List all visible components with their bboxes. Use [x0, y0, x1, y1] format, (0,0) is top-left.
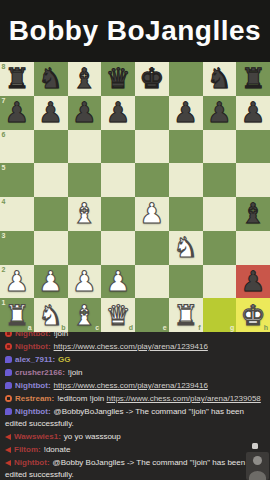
chat-text: !donate — [44, 445, 71, 454]
square-c4[interactable]: ♝ — [68, 197, 102, 231]
piece-black-rook: ♜ — [4, 62, 29, 95]
square-b1[interactable]: b♞ — [34, 298, 68, 332]
square-b7[interactable]: ♟ — [34, 96, 68, 130]
rank-label-7: 7 — [2, 97, 6, 104]
square-a8[interactable]: 8♜ — [0, 62, 34, 96]
square-g2[interactable] — [203, 265, 237, 299]
square-b8[interactable]: ♞ — [34, 62, 68, 96]
chat-link[interactable]: https://www.chess.com/play/arena/1239058 — [107, 394, 261, 403]
rank-label-6: 6 — [2, 131, 6, 138]
square-a3[interactable]: 3 — [0, 231, 34, 265]
rank-label-2: 2 — [2, 266, 6, 273]
chat-message: Nightbot:@Bobby BoJanglles -> The comman… — [5, 457, 266, 480]
chat-username: crusher2166: — [15, 368, 65, 377]
square-e3[interactable] — [135, 231, 169, 265]
piece-black-bishop: ♝ — [241, 197, 266, 230]
chat-emote: GG — [58, 355, 70, 364]
square-h3[interactable] — [236, 231, 270, 265]
piece-white-king: ♚ — [241, 299, 266, 332]
piece-black-knight: ♞ — [207, 62, 232, 95]
file-label-d: d — [129, 324, 133, 331]
piece-white-bishop: ♝ — [72, 197, 97, 230]
chat-message: Nightbot:!join — [5, 332, 266, 340]
bubble-icon — [5, 356, 12, 363]
square-b3[interactable] — [34, 231, 68, 265]
stream-title-bar: Bobby BoJanglles — [0, 0, 270, 62]
chat-text: yo yo wasssoup — [64, 432, 121, 441]
square-c1[interactable]: c♝ — [68, 298, 102, 332]
file-label-c: c — [95, 324, 99, 331]
piece-white-pawn: ♟ — [4, 265, 29, 298]
chat-username: alex_7911: — [15, 355, 55, 364]
file-label-f: f — [198, 324, 200, 331]
stream-frame: Bobby BoJanglles 8♜♞♝♛♚♞♜7♟♟♟♟♟♟♟654♝♟♝3… — [0, 0, 270, 480]
chat-username: Nightbot: — [14, 458, 50, 467]
square-d7[interactable]: ♟ — [101, 96, 135, 130]
chat-username: Nightbot: — [15, 407, 51, 416]
square-h6[interactable] — [236, 130, 270, 164]
chat-username: Nightbot: — [15, 332, 51, 338]
piece-white-knight: ♞ — [173, 231, 198, 264]
dot-icon — [5, 332, 12, 337]
chat-message: Filtom:!donate — [5, 444, 266, 456]
piece-white-queen: ♛ — [106, 299, 131, 332]
piece-black-pawn: ♟ — [4, 96, 29, 129]
square-c3[interactable] — [68, 231, 102, 265]
square-f7[interactable]: ♟ — [169, 96, 203, 130]
piece-black-pawn: ♟ — [72, 96, 97, 129]
square-c7[interactable]: ♟ — [68, 96, 102, 130]
piece-black-pawn: ♟ — [38, 96, 63, 129]
piece-black-knight: ♞ — [38, 62, 63, 95]
square-h5[interactable] — [236, 163, 270, 197]
square-g1[interactable]: g — [203, 298, 237, 332]
arrow-icon — [5, 434, 11, 440]
square-a2[interactable]: 2♟ — [0, 265, 34, 299]
piece-black-king: ♚ — [139, 62, 164, 95]
square-g8[interactable]: ♞ — [203, 62, 237, 96]
chat-message: alex_7911:GG — [5, 354, 266, 366]
square-b4[interactable] — [34, 197, 68, 231]
square-c8[interactable]: ♝ — [68, 62, 102, 96]
square-f5[interactable] — [169, 163, 203, 197]
square-f8[interactable] — [169, 62, 203, 96]
square-e2[interactable] — [135, 265, 169, 299]
rank-label-8: 8 — [2, 63, 6, 70]
dot-icon — [5, 343, 12, 350]
piece-white-pawn: ♟ — [72, 265, 97, 298]
square-f1[interactable]: f♜ — [169, 298, 203, 332]
square-c2[interactable]: ♟ — [68, 265, 102, 299]
arrow-icon — [5, 460, 11, 466]
square-c5[interactable] — [68, 163, 102, 197]
piece-white-bishop: ♝ — [72, 299, 97, 332]
square-d6[interactable] — [101, 130, 135, 164]
webcam-avatar — [246, 452, 269, 480]
piece-white-rook: ♜ — [173, 299, 198, 332]
chat-message: Nightbot:https://www.chess.com/play/aren… — [5, 341, 266, 353]
square-d2[interactable]: ♟ — [101, 265, 135, 299]
piece-black-pawn: ♟ — [173, 96, 198, 129]
chat-link[interactable]: https://www.chess.com/play/arena/1239416 — [54, 381, 208, 390]
piece-white-rook: ♜ — [4, 299, 29, 332]
piece-white-pawn: ♟ — [139, 197, 164, 230]
square-a7[interactable]: 7♟ — [0, 96, 34, 130]
piece-black-pawn: ♟ — [207, 96, 232, 129]
square-h8[interactable]: ♜ — [236, 62, 270, 96]
square-a4[interactable]: 4 — [0, 197, 34, 231]
square-g3[interactable] — [203, 231, 237, 265]
rank-label-4: 4 — [2, 198, 6, 205]
chat-text: !join — [68, 368, 83, 377]
square-a6[interactable]: 6 — [0, 130, 34, 164]
square-h1[interactable]: h♚ — [236, 298, 270, 332]
chat-username: Filtom: — [14, 445, 41, 454]
file-label-a: a — [28, 324, 32, 331]
bubble-icon — [5, 382, 12, 389]
rank-label-1: 1 — [2, 299, 6, 306]
chat-username: Wawswies1: — [14, 432, 61, 441]
stream-title: Bobby BoJanglles — [9, 15, 261, 47]
chat-message: Nightbot:@BobbyBoJanglles -> The command… — [5, 406, 266, 430]
chat-link[interactable]: https://www.chess.com/play/arena/1239416 — [54, 342, 208, 351]
piece-white-pawn: ♟ — [106, 265, 131, 298]
square-d8[interactable]: ♛ — [101, 62, 135, 96]
square-b5[interactable] — [34, 163, 68, 197]
file-label-b: b — [61, 324, 65, 331]
piece-black-pawn: ♟ — [106, 96, 131, 129]
piece-black-bishop: ♝ — [72, 62, 97, 95]
chat-username: Nightbot: — [15, 342, 51, 351]
piece-white-pawn: ♟ — [38, 265, 63, 298]
arrow-icon — [5, 447, 11, 453]
chat-username: Restream: — [15, 394, 54, 403]
square-g5[interactable] — [203, 163, 237, 197]
square-g6[interactable] — [203, 130, 237, 164]
piece-black-pawn: ♟ — [241, 265, 266, 298]
square-h7[interactable]: ♟ — [236, 96, 270, 130]
square-g4[interactable] — [203, 197, 237, 231]
chat-text: !join — [54, 332, 69, 338]
square-b2[interactable]: ♟ — [34, 265, 68, 299]
square-h4[interactable]: ♝ — [236, 197, 270, 231]
square-f3[interactable]: ♞ — [169, 231, 203, 265]
chat-text: !editcom !join — [57, 394, 106, 403]
bubble-icon — [5, 369, 12, 376]
chat-username: Nightbot: — [15, 381, 51, 390]
person-head — [253, 456, 262, 465]
square-e6[interactable] — [135, 130, 169, 164]
square-d3[interactable] — [101, 231, 135, 265]
square-f4[interactable] — [169, 197, 203, 231]
square-e4[interactable]: ♟ — [135, 197, 169, 231]
chat-message: crusher2166:!join — [5, 367, 266, 379]
piece-white-knight: ♞ — [38, 299, 63, 332]
square-h2[interactable]: ♟ — [236, 265, 270, 299]
square-a1[interactable]: 1a♜ — [0, 298, 34, 332]
square-c6[interactable] — [68, 130, 102, 164]
square-e8[interactable]: ♚ — [135, 62, 169, 96]
file-label-e: e — [163, 324, 167, 331]
chat-message: Nightbot:https://www.chess.com/play/aren… — [5, 380, 266, 392]
piece-black-queen: ♛ — [106, 62, 131, 95]
square-d1[interactable]: d♛ — [101, 298, 135, 332]
square-a5[interactable]: 5 — [0, 163, 34, 197]
square-d4[interactable] — [101, 197, 135, 231]
square-d5[interactable] — [101, 163, 135, 197]
rank-label-5: 5 — [2, 164, 6, 171]
chat-message: Wawswies1:yo yo wasssoup — [5, 431, 266, 443]
square-e5[interactable] — [135, 163, 169, 197]
ring-icon — [5, 395, 12, 402]
piece-black-rook: ♜ — [241, 62, 266, 95]
square-e1[interactable]: e — [135, 298, 169, 332]
square-g7[interactable]: ♟ — [203, 96, 237, 130]
person-body — [249, 471, 266, 480]
file-label-g: g — [230, 324, 234, 331]
square-f2[interactable] — [169, 265, 203, 299]
piece-black-pawn: ♟ — [241, 96, 266, 129]
square-f6[interactable] — [169, 130, 203, 164]
square-b6[interactable] — [34, 130, 68, 164]
square-e7[interactable] — [135, 96, 169, 130]
file-label-h: h — [264, 324, 268, 331]
chat-panel[interactable]: Nightbot:!joinNightbot:https://www.chess… — [0, 332, 270, 480]
mini-overlay-icon — [252, 443, 258, 449]
chess-board: 8♜♞♝♛♚♞♜7♟♟♟♟♟♟♟654♝♟♝3♞2♟♟♟♟♟1a♜b♞c♝d♛e… — [0, 62, 270, 332]
bubble-icon — [5, 408, 12, 415]
chat-message: Restream:!editcom !join https://www.ches… — [5, 393, 266, 405]
rank-label-3: 3 — [2, 232, 6, 239]
